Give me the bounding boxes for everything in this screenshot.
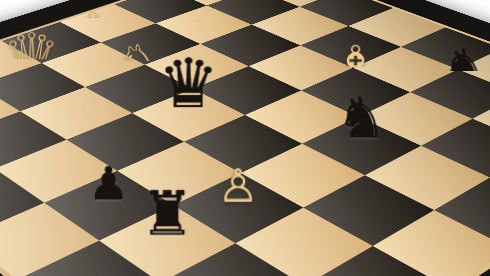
black-knight-glyph: ♞ xyxy=(442,46,489,93)
chess-board: ♔♕♖♗♗♘♙♙♙♛♝♞♞♜♜♟ xyxy=(0,0,490,276)
piece-black-knight-g3[interactable]: ♞ xyxy=(426,0,490,93)
white-queen-glyph: ♕ xyxy=(2,28,60,86)
piece-white-queen-c7[interactable]: ♕ xyxy=(0,0,70,86)
white-pawn-glyph: ♙ xyxy=(234,13,266,45)
piece-black-rook-b3[interactable]: ♜ xyxy=(119,97,216,242)
black-rook-glyph: ♜ xyxy=(140,188,194,242)
piece-black-knight-e3[interactable]: ♞ xyxy=(320,19,404,145)
board-scene: ♔♕♖♗♗♘♙♙♙♛♝♞♞♜♜♟ xyxy=(0,0,490,276)
white-pawn-glyph: ♙ xyxy=(218,165,259,206)
board-photo: ♔♕♖♗♗♘♙♙♙♛♝♞♞♜♜♟ xyxy=(0,0,490,276)
black-knight-glyph: ♞ xyxy=(336,94,387,145)
